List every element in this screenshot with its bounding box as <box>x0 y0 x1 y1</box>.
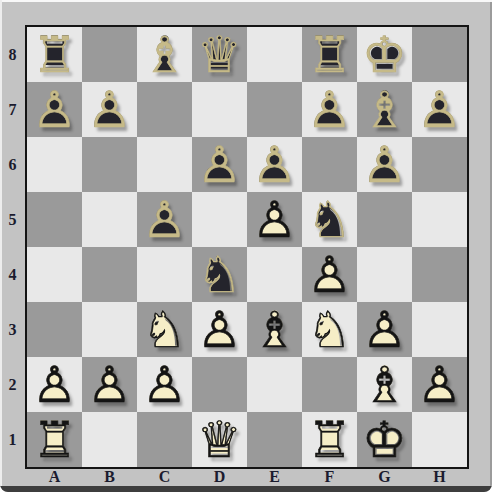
file-label-f: F <box>302 468 357 486</box>
white-n-piece-fill: ♞ <box>302 302 357 357</box>
square-e4[interactable] <box>247 247 302 302</box>
white-k-piece-outline: ♔ <box>357 412 412 467</box>
square-c3[interactable]: ♞♘ <box>137 302 192 357</box>
black-p-piece-fill: ♟ <box>247 137 302 192</box>
square-c8[interactable]: ♝♗ <box>137 27 192 82</box>
rank-label-3: 3 <box>0 302 25 357</box>
square-f2[interactable] <box>302 357 357 412</box>
file-label-d: D <box>192 468 247 486</box>
square-b7[interactable]: ♟♙ <box>82 82 137 137</box>
board-outline: ♜♖♝♗♛♕♜♖♚♔♟♙♟♙♟♙♝♗♟♙♟♙♟♙♟♙♟♙♟♙♞♘♞♘♟♙♞♘♟♙… <box>25 25 469 469</box>
white-p-piece-outline: ♙ <box>302 247 357 302</box>
square-f5[interactable]: ♞♘ <box>302 192 357 247</box>
square-h1[interactable] <box>412 412 467 467</box>
black-p-piece-outline: ♙ <box>302 82 357 137</box>
square-f4[interactable]: ♟♙ <box>302 247 357 302</box>
square-c2[interactable]: ♟♙ <box>137 357 192 412</box>
white-p-piece-outline: ♙ <box>247 192 302 247</box>
square-b1[interactable] <box>82 412 137 467</box>
square-a3[interactable] <box>27 302 82 357</box>
square-d4[interactable]: ♞♘ <box>192 247 247 302</box>
black-p-piece-outline: ♙ <box>27 82 82 137</box>
white-p-piece-outline: ♙ <box>27 357 82 412</box>
black-q-piece-outline: ♕ <box>192 27 247 82</box>
black-p-piece-fill: ♟ <box>192 137 247 192</box>
square-f7[interactable]: ♟♙ <box>302 82 357 137</box>
square-h4[interactable] <box>412 247 467 302</box>
board: ♜♖♝♗♛♕♜♖♚♔♟♙♟♙♟♙♝♗♟♙♟♙♟♙♟♙♟♙♟♙♞♘♞♘♟♙♞♘♟♙… <box>27 27 467 467</box>
square-f6[interactable] <box>302 137 357 192</box>
square-a5[interactable] <box>27 192 82 247</box>
square-c4[interactable] <box>137 247 192 302</box>
white-q-piece-fill: ♛ <box>192 412 247 467</box>
square-g2[interactable]: ♝♗ <box>357 357 412 412</box>
black-k-piece-fill: ♚ <box>357 27 412 82</box>
square-b8[interactable] <box>82 27 137 82</box>
square-h3[interactable] <box>412 302 467 357</box>
frame-bottom-bevel <box>0 486 492 492</box>
white-p-piece-fill: ♟ <box>137 357 192 412</box>
file-labels: ABCDEFGH <box>27 468 467 486</box>
black-p-piece-outline: ♙ <box>357 137 412 192</box>
square-f3[interactable]: ♞♘ <box>302 302 357 357</box>
rank-label-7: 7 <box>0 82 25 137</box>
square-b2[interactable]: ♟♙ <box>82 357 137 412</box>
square-a7[interactable]: ♟♙ <box>27 82 82 137</box>
black-b-piece-outline: ♗ <box>137 27 192 82</box>
square-a6[interactable] <box>27 137 82 192</box>
square-c6[interactable] <box>137 137 192 192</box>
square-e7[interactable] <box>247 82 302 137</box>
square-h7[interactable]: ♟♙ <box>412 82 467 137</box>
white-p-piece-fill: ♟ <box>192 302 247 357</box>
square-g6[interactable]: ♟♙ <box>357 137 412 192</box>
square-e3[interactable]: ♝♗ <box>247 302 302 357</box>
rank-labels: 87654321 <box>0 27 25 467</box>
square-a8[interactable]: ♜♖ <box>27 27 82 82</box>
square-c5[interactable]: ♟♙ <box>137 192 192 247</box>
square-d8[interactable]: ♛♕ <box>192 27 247 82</box>
black-r-piece-fill: ♜ <box>27 27 82 82</box>
square-h6[interactable] <box>412 137 467 192</box>
black-k-piece-outline: ♔ <box>357 27 412 82</box>
white-r-piece-fill: ♜ <box>302 412 357 467</box>
white-p-piece-fill: ♟ <box>357 302 412 357</box>
file-label-g: G <box>357 468 412 486</box>
black-p-piece-fill: ♟ <box>412 82 467 137</box>
square-c1[interactable] <box>137 412 192 467</box>
white-k-piece-fill: ♚ <box>357 412 412 467</box>
square-g1[interactable]: ♚♔ <box>357 412 412 467</box>
white-p-piece-outline: ♙ <box>192 302 247 357</box>
square-b3[interactable] <box>82 302 137 357</box>
white-p-piece-fill: ♟ <box>27 357 82 412</box>
black-p-piece-fill: ♟ <box>302 82 357 137</box>
black-p-piece-fill: ♟ <box>137 192 192 247</box>
white-r-piece-fill: ♜ <box>27 412 82 467</box>
black-n-piece-fill: ♞ <box>302 192 357 247</box>
frame-top-highlight <box>0 0 492 2</box>
square-e2[interactable] <box>247 357 302 412</box>
black-r-piece-outline: ♖ <box>302 27 357 82</box>
white-r-piece-outline: ♖ <box>302 412 357 467</box>
square-e5[interactable]: ♟♙ <box>247 192 302 247</box>
square-d7[interactable] <box>192 82 247 137</box>
square-b4[interactable] <box>82 247 137 302</box>
square-g3[interactable]: ♟♙ <box>357 302 412 357</box>
black-n-piece-outline: ♘ <box>302 192 357 247</box>
square-h8[interactable] <box>412 27 467 82</box>
white-p-piece-outline: ♙ <box>137 357 192 412</box>
file-label-b: B <box>82 468 137 486</box>
square-a2[interactable]: ♟♙ <box>27 357 82 412</box>
white-p-piece-fill: ♟ <box>302 247 357 302</box>
white-b-piece-outline: ♗ <box>357 357 412 412</box>
rank-label-5: 5 <box>0 192 25 247</box>
square-e6[interactable]: ♟♙ <box>247 137 302 192</box>
square-a4[interactable] <box>27 247 82 302</box>
black-p-piece-fill: ♟ <box>357 137 412 192</box>
square-f8[interactable]: ♜♖ <box>302 27 357 82</box>
square-g4[interactable] <box>357 247 412 302</box>
rank-label-2: 2 <box>0 357 25 412</box>
square-b5[interactable] <box>82 192 137 247</box>
chess-diagram-frame: ♜♖♝♗♛♕♜♖♚♔♟♙♟♙♟♙♝♗♟♙♟♙♟♙♟♙♟♙♟♙♞♘♞♘♟♙♞♘♟♙… <box>0 0 492 492</box>
black-p-piece-outline: ♙ <box>247 137 302 192</box>
white-p-piece-fill: ♟ <box>82 357 137 412</box>
rank-label-6: 6 <box>0 137 25 192</box>
black-p-piece-fill: ♟ <box>82 82 137 137</box>
white-n-piece-outline: ♘ <box>302 302 357 357</box>
square-g8[interactable]: ♚♔ <box>357 27 412 82</box>
square-e8[interactable] <box>247 27 302 82</box>
black-p-piece-outline: ♙ <box>412 82 467 137</box>
black-b-piece-outline: ♗ <box>357 82 412 137</box>
square-d6[interactable]: ♟♙ <box>192 137 247 192</box>
white-p-piece-fill: ♟ <box>247 192 302 247</box>
square-d3[interactable]: ♟♙ <box>192 302 247 357</box>
black-b-piece-fill: ♝ <box>357 82 412 137</box>
white-p-piece-outline: ♙ <box>412 357 467 412</box>
black-p-piece-fill: ♟ <box>27 82 82 137</box>
square-a1[interactable]: ♜♖ <box>27 412 82 467</box>
white-n-piece-outline: ♘ <box>137 302 192 357</box>
square-b6[interactable] <box>82 137 137 192</box>
white-p-piece-fill: ♟ <box>412 357 467 412</box>
black-p-piece-outline: ♙ <box>192 137 247 192</box>
square-g7[interactable]: ♝♗ <box>357 82 412 137</box>
file-label-c: C <box>137 468 192 486</box>
rank-label-4: 4 <box>0 247 25 302</box>
white-q-piece-outline: ♕ <box>192 412 247 467</box>
white-b-piece-fill: ♝ <box>357 357 412 412</box>
black-q-piece-fill: ♛ <box>192 27 247 82</box>
square-d1[interactable]: ♛♕ <box>192 412 247 467</box>
square-d2[interactable] <box>192 357 247 412</box>
black-p-piece-outline: ♙ <box>137 192 192 247</box>
square-c7[interactable] <box>137 82 192 137</box>
white-n-piece-fill: ♞ <box>137 302 192 357</box>
file-label-e: E <box>247 468 302 486</box>
square-e1[interactable] <box>247 412 302 467</box>
square-d5[interactable] <box>192 192 247 247</box>
white-r-piece-outline: ♖ <box>27 412 82 467</box>
rank-label-8: 8 <box>0 27 25 82</box>
white-p-piece-outline: ♙ <box>357 302 412 357</box>
black-n-piece-fill: ♞ <box>192 247 247 302</box>
black-n-piece-outline: ♘ <box>192 247 247 302</box>
black-p-piece-outline: ♙ <box>82 82 137 137</box>
rank-label-1: 1 <box>0 412 25 467</box>
black-b-piece-fill: ♝ <box>137 27 192 82</box>
square-h2[interactable]: ♟♙ <box>412 357 467 412</box>
square-h5[interactable] <box>412 192 467 247</box>
square-g5[interactable] <box>357 192 412 247</box>
white-b-piece-fill: ♝ <box>247 302 302 357</box>
square-f1[interactable]: ♜♖ <box>302 412 357 467</box>
black-r-piece-outline: ♖ <box>27 27 82 82</box>
white-p-piece-outline: ♙ <box>82 357 137 412</box>
file-label-h: H <box>412 468 467 486</box>
black-r-piece-fill: ♜ <box>302 27 357 82</box>
file-label-a: A <box>27 468 82 486</box>
white-b-piece-outline: ♗ <box>247 302 302 357</box>
frame-left-highlight <box>0 0 2 486</box>
